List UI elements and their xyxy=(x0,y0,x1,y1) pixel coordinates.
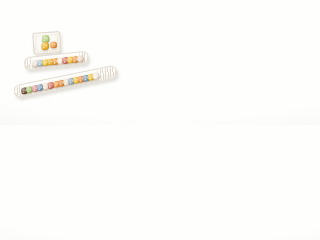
jelly-bean-pale-pink xyxy=(76,55,84,63)
candy-pack-small-pouch xyxy=(32,31,61,55)
jelly-bean-orange xyxy=(49,41,56,48)
jelly-bean-golden-yellow xyxy=(41,42,50,51)
scene xyxy=(0,0,125,125)
cellophane-crimp-r xyxy=(97,66,117,80)
